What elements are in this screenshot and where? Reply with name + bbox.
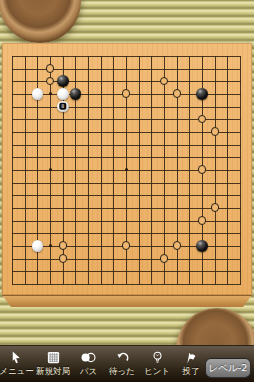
- black-stone: ●: [70, 88, 82, 100]
- stones-layer: ●●●●●●●8●: [12, 56, 241, 285]
- candidate-marker[interactable]: [211, 203, 220, 212]
- candidate-marker[interactable]: [198, 165, 207, 174]
- black-stone: ●: [196, 88, 208, 100]
- board-grid: ●●●●●●●8●: [12, 56, 241, 285]
- candidate-marker[interactable]: [173, 241, 182, 250]
- candidate-marker[interactable]: [46, 77, 55, 86]
- undo-arrow-icon: [115, 349, 130, 366]
- black-stone-glyph: ●: [70, 88, 82, 100]
- move-number-badge: 8: [59, 103, 66, 109]
- toolbar: メニュー 新規対局 パス 待った ヒント: [0, 345, 254, 382]
- candidate-marker[interactable]: [198, 115, 207, 124]
- white-stone-glyph: ●: [32, 88, 44, 100]
- candidate-marker[interactable]: [122, 241, 131, 250]
- star-point: [125, 168, 128, 171]
- white-stone-glyph: ●: [57, 88, 69, 100]
- candidate-marker[interactable]: [173, 89, 182, 98]
- resign-button[interactable]: 投了: [174, 349, 208, 381]
- go-stone-bowl-top: [0, 0, 81, 43]
- white-stone: ●: [32, 88, 44, 100]
- white-stone: ●: [32, 240, 44, 252]
- black-stone-glyph: ●: [196, 240, 208, 252]
- pass-label: パス: [80, 366, 97, 376]
- white-stone: ●8: [57, 101, 69, 113]
- candidate-marker[interactable]: [198, 216, 207, 225]
- undo-label: 待った: [109, 366, 135, 376]
- candidate-marker[interactable]: [46, 64, 55, 73]
- resign-flag-icon: [184, 349, 199, 366]
- pass-button[interactable]: パス: [73, 349, 104, 381]
- candidate-marker[interactable]: [122, 89, 131, 98]
- lightbulb-icon: [150, 349, 165, 366]
- pass-stones-icon: [80, 349, 97, 366]
- menu-label: メニュー: [0, 366, 34, 376]
- candidate-marker[interactable]: [160, 254, 169, 263]
- resign-label: 投了: [183, 366, 200, 376]
- hint-button[interactable]: ヒント: [140, 349, 174, 381]
- new-game-button[interactable]: 新規対局: [33, 349, 73, 381]
- level-button[interactable]: レベル-2: [205, 358, 251, 378]
- go-app-screen: ●●●●●●●8● メニュー 新規対局 パス 待った: [0, 0, 254, 382]
- new-game-label: 新規対局: [36, 366, 70, 376]
- go-board[interactable]: ●●●●●●●8●: [2, 43, 252, 295]
- candidate-marker[interactable]: [59, 254, 68, 263]
- candidate-marker[interactable]: [59, 241, 68, 250]
- menu-button[interactable]: メニュー: [0, 349, 33, 381]
- star-point: [49, 168, 52, 171]
- star-point: [49, 92, 52, 95]
- candidate-marker[interactable]: [160, 77, 169, 86]
- undo-button[interactable]: 待った: [104, 349, 140, 381]
- board-side-bevel: [2, 295, 252, 307]
- board-grid-icon: [46, 349, 61, 366]
- black-stone: ●: [196, 240, 208, 252]
- hint-label: ヒント: [144, 366, 170, 376]
- cursor-arrow-icon: [9, 349, 24, 366]
- white-stone: ●: [57, 88, 69, 100]
- candidate-marker[interactable]: [211, 127, 220, 136]
- black-stone-glyph: ●: [196, 88, 208, 100]
- white-stone-glyph: ●: [32, 240, 44, 252]
- star-point: [49, 244, 52, 247]
